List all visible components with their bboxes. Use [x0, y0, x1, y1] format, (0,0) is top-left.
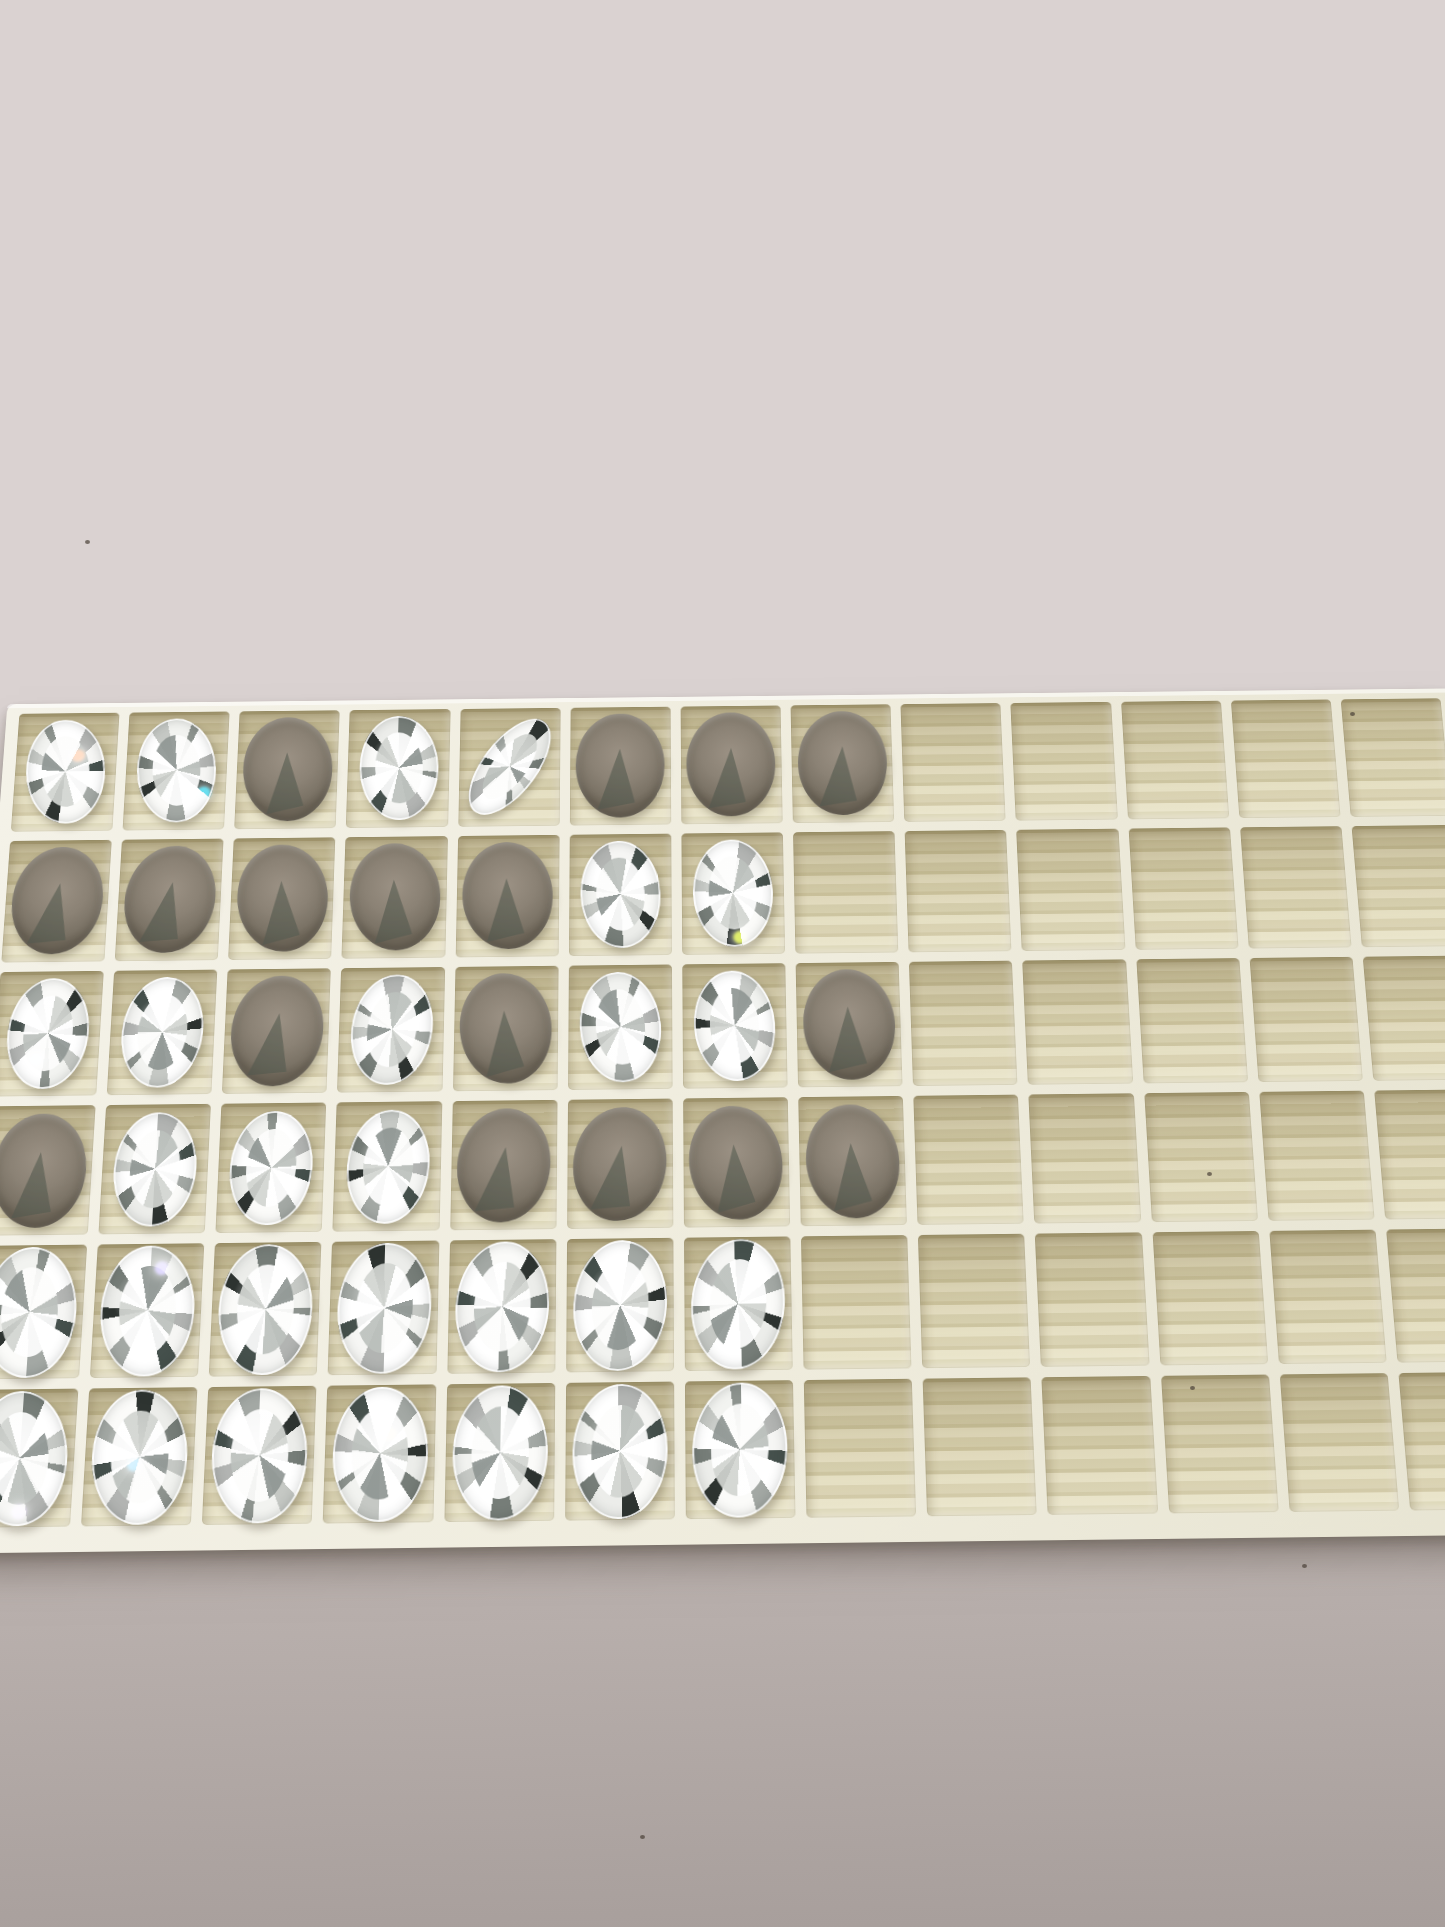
tray-cell [1398, 1372, 1445, 1511]
crystal-tray [0, 688, 1445, 1553]
rhinestone-face-up [358, 714, 440, 822]
rhinestone-face-down [3, 844, 110, 957]
rhinestone-face-down [0, 1113, 90, 1227]
tray-cell [234, 710, 340, 829]
tray-cell [450, 1100, 557, 1230]
rhinestone-face-up [568, 1238, 671, 1374]
tray-cell [1152, 1231, 1268, 1365]
rhinestone-face-up [115, 975, 210, 1090]
tray-cell [1279, 1373, 1399, 1512]
rhinestone-face-up [0, 1246, 79, 1379]
tray-cell [228, 837, 335, 959]
tray-cell [1136, 958, 1248, 1084]
rhinestone-face-down [460, 839, 557, 952]
tray-cell [115, 838, 224, 961]
debris-speck [640, 1835, 645, 1839]
rhinestone-face-up [575, 969, 666, 1086]
tray-cell [567, 1099, 673, 1229]
rhinestone-face-up [691, 838, 776, 948]
tray-cell [123, 711, 230, 830]
tray-cell [328, 1241, 439, 1376]
tray-cell [1144, 1092, 1258, 1222]
tray-cell [683, 1098, 790, 1228]
tray-cell [796, 962, 903, 1088]
tray-cell [1017, 829, 1126, 951]
rhinestone-face-up [1, 977, 96, 1090]
tray-cell [453, 965, 559, 1091]
sparkle-glint [71, 749, 85, 763]
rhinestone-face-up [333, 1242, 435, 1375]
tray-cell [798, 1096, 907, 1226]
rhinestone-face-up [210, 1387, 308, 1525]
rhinestone-face-up [570, 1383, 670, 1520]
tray-cell [1374, 1090, 1445, 1220]
rhinestone-face-up [450, 1385, 549, 1520]
tray-cell [90, 1244, 205, 1379]
tray-cell [569, 833, 672, 955]
sparkle-glint [11, 1503, 26, 1519]
tray-cell [681, 705, 783, 824]
rhinestone-face-down [575, 713, 666, 819]
rhinestone-face-down [234, 840, 332, 956]
rhinestone-face-up [578, 839, 664, 950]
tray-cell [685, 1380, 796, 1519]
tray-cell [791, 704, 895, 823]
tray-cell [342, 836, 448, 958]
sparkle-glint [154, 1261, 169, 1275]
tray-cell [565, 1382, 675, 1521]
tray-cell [202, 1386, 317, 1525]
rhinestone-face-down [683, 1101, 789, 1224]
tray-cell [1259, 1091, 1375, 1221]
rhinestone-face-down [798, 711, 887, 815]
rhinestone-face-up [135, 716, 218, 826]
tray-cell [1386, 1229, 1445, 1363]
tray-cell [1341, 698, 1445, 816]
tray-cell [684, 1237, 793, 1371]
tray-cell [914, 1095, 1025, 1225]
tray-cell [11, 713, 120, 832]
rhinestone-face-up-tilted [452, 708, 566, 827]
tray-cell [346, 709, 450, 828]
rhinestone-face-up [91, 1387, 189, 1526]
tray-cell [0, 1245, 87, 1380]
tray-cell [793, 831, 898, 953]
rhinestone-face-down [800, 1100, 906, 1222]
tray-cell [455, 835, 559, 957]
tray-cell [681, 832, 785, 954]
tray-cell [682, 963, 787, 1089]
rhinestone-face-down [567, 1103, 672, 1224]
sparkle-glint [382, 1426, 397, 1441]
tray-cell [1029, 1094, 1141, 1224]
tray-cell [1363, 955, 1445, 1081]
tray-cell [222, 968, 331, 1094]
rhinestone-face-down [347, 840, 444, 955]
rhinestone-face-down [224, 973, 330, 1089]
tray-cell [1121, 701, 1229, 820]
rhinestone-face-up [330, 1386, 429, 1522]
tray-cell [570, 707, 672, 826]
tray-cell [1249, 957, 1363, 1083]
tray-cell [905, 830, 1012, 952]
rhinestone-face-down [451, 1105, 556, 1225]
rhinestone-face-up [215, 1244, 316, 1375]
tray-cell [901, 703, 1006, 822]
tray-cell [1, 840, 112, 963]
rhinestone-face-down [116, 843, 223, 957]
debris-speck [1207, 1172, 1212, 1176]
tray-cell [1023, 959, 1133, 1085]
sparkle-glint [733, 931, 748, 944]
tray-cell [801, 1235, 912, 1369]
tray-cell [923, 1378, 1037, 1517]
tray-cell [918, 1234, 1030, 1368]
tray-cell [1351, 825, 1445, 947]
tray-grid [0, 698, 1445, 1528]
rhinestone-face-up [341, 1108, 435, 1226]
tray-cell [1042, 1376, 1158, 1515]
tray-cell [447, 1239, 556, 1374]
rhinestone-face-up [225, 1110, 318, 1227]
tray-cell [81, 1387, 198, 1526]
rhinestone-face-up [97, 1245, 198, 1377]
tray-cell [1161, 1375, 1279, 1514]
tray-cell [323, 1385, 436, 1524]
tray-cell [568, 964, 673, 1090]
tray-cell [1128, 827, 1238, 949]
rhinestone-face-down [242, 715, 335, 825]
rhinestone-face-up [109, 1112, 202, 1228]
tray-cell [209, 1242, 322, 1377]
debris-speck [1350, 712, 1355, 716]
rhinestone-face-up [686, 1236, 789, 1373]
rhinestone-face-down [799, 967, 899, 1082]
tray-cell [566, 1238, 674, 1372]
tray-cell [1269, 1230, 1387, 1364]
debris-speck [1302, 1564, 1307, 1568]
rhinestone-face-up [343, 971, 439, 1088]
tray-cell [0, 1106, 96, 1236]
photo-scene: { "game": "rhinestone-sorting-tray (oval… [0, 0, 1445, 1927]
rhinestone-face-up [689, 1381, 790, 1519]
tray-cell [333, 1102, 442, 1232]
tray-cell [216, 1103, 327, 1233]
rhinestone-face-down [687, 712, 777, 817]
rhinestone-face-up [450, 1240, 552, 1374]
rhinestone-face-down [455, 969, 557, 1089]
tray-cell [1231, 699, 1341, 818]
tray-cell [99, 1104, 212, 1234]
tray-cell [1011, 702, 1118, 821]
tray-cell [444, 1383, 555, 1522]
debris-speck [85, 540, 90, 544]
sparkle-glint [196, 786, 210, 800]
tray-cell [458, 708, 560, 827]
sparkle-glint [126, 1456, 141, 1471]
tray-cell [804, 1379, 917, 1518]
rhinestone-face-up [690, 968, 781, 1084]
tray-cell [337, 967, 444, 1093]
tray-cell [909, 960, 1018, 1086]
tray-cell [1240, 826, 1352, 948]
rhinestone-face-up [24, 716, 108, 827]
tray-cell [0, 971, 104, 1097]
tray-cell [107, 969, 218, 1095]
tray-cell [0, 1389, 79, 1528]
debris-speck [1190, 1386, 1195, 1390]
tray-cell [1035, 1233, 1149, 1367]
sparkle-glint [28, 1053, 44, 1067]
